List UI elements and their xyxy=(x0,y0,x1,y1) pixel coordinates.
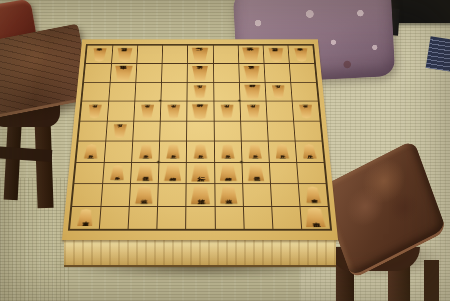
star-point xyxy=(240,160,243,163)
square-9d: 歩兵 xyxy=(80,101,108,121)
square-2d xyxy=(265,101,293,121)
square-8g: 歩兵 xyxy=(102,162,131,184)
piece-1i-sente-rook: 飛車 xyxy=(304,207,326,227)
piece-9d-gote-pawn: 歩兵 xyxy=(87,105,102,119)
square-6a xyxy=(162,46,188,64)
square-3a: 王将 xyxy=(237,46,263,64)
square-9g xyxy=(74,162,104,184)
piece-2c-gote-pawn: 歩兵 xyxy=(271,85,285,98)
square-5i xyxy=(186,206,215,229)
piece-8g-sente-pawn: 歩兵 xyxy=(110,165,125,180)
piece-2f-sente-pawn: 歩兵 xyxy=(275,144,290,158)
square-3b: 金将 xyxy=(238,63,264,81)
square-9a: 香車 xyxy=(86,46,113,64)
square-7b xyxy=(136,63,162,81)
square-5b: 金将 xyxy=(187,63,213,81)
square-1b xyxy=(289,63,316,81)
square-8b: 飛車 xyxy=(110,63,137,81)
square-8f xyxy=(104,141,133,162)
piece-5g-sente-bishop: 角行 xyxy=(191,164,210,182)
square-1i: 飛車 xyxy=(299,206,330,229)
square-4c xyxy=(213,82,239,101)
piece-7f-sente-pawn: 歩兵 xyxy=(139,144,154,158)
piece-1h-sente-lance: 香車 xyxy=(305,186,322,203)
square-8c xyxy=(108,82,135,101)
square-7f: 歩兵 xyxy=(131,141,159,162)
piece-5c-gote-pawn: 歩兵 xyxy=(194,85,207,98)
square-9h xyxy=(72,183,102,205)
board-grid: 香車桂馬角行王将桂馬香車飛車金将金将歩兵銀将歩兵歩兵歩兵歩兵銀将歩兵歩兵歩兵歩兵… xyxy=(68,44,332,230)
piece-6d-gote-pawn: 歩兵 xyxy=(167,105,181,119)
piece-1d-gote-pawn: 歩兵 xyxy=(299,105,314,119)
square-7i xyxy=(128,206,158,229)
piece-8a-gote-knight: 桂馬 xyxy=(117,48,133,62)
square-6b xyxy=(161,63,187,81)
square-1e xyxy=(293,121,322,141)
piece-9f-sente-pawn: 歩兵 xyxy=(83,144,98,158)
square-3d: 歩兵 xyxy=(239,101,266,121)
square-3c: 銀将 xyxy=(239,82,266,101)
piece-5f-sente-pawn: 歩兵 xyxy=(193,144,207,158)
piece-1f-sente-pawn: 歩兵 xyxy=(302,144,317,158)
square-1g xyxy=(296,162,326,184)
square-2b xyxy=(263,63,290,81)
square-5c: 歩兵 xyxy=(187,82,213,101)
square-3e xyxy=(240,121,268,141)
square-6i xyxy=(157,206,186,229)
board-side-face xyxy=(64,238,336,267)
piece-7h-sente-gold: 金将 xyxy=(135,185,154,203)
square-6g: 銀将 xyxy=(158,162,186,184)
star-point xyxy=(159,100,162,102)
square-5d: 銀将 xyxy=(187,101,214,121)
square-1a: 香車 xyxy=(287,46,314,64)
photo-scene: 香車桂馬角行王将桂馬香車飛車金将金将歩兵銀将歩兵歩兵歩兵歩兵銀将歩兵歩兵歩兵歩兵… xyxy=(0,0,450,301)
square-2g xyxy=(269,162,298,184)
square-6f: 歩兵 xyxy=(159,141,187,162)
square-2i xyxy=(271,206,301,229)
square-7a xyxy=(137,46,163,64)
piece-5d-gote-silver: 銀将 xyxy=(192,104,209,119)
square-8d xyxy=(107,101,135,121)
square-8a: 桂馬 xyxy=(111,46,137,64)
right-stand-leg xyxy=(424,260,439,301)
piece-7d-gote-pawn: 歩兵 xyxy=(141,105,155,119)
piece-4g-sente-silver: 銀将 xyxy=(219,164,237,181)
square-8h xyxy=(101,183,131,205)
square-5a: 角行 xyxy=(187,46,212,64)
square-4e xyxy=(213,121,240,141)
piece-3d-gote-pawn: 歩兵 xyxy=(246,105,260,119)
square-1d: 歩兵 xyxy=(292,101,320,121)
square-8i xyxy=(99,206,129,229)
star-point xyxy=(238,100,241,102)
piece-9i-sente-lance: 香車 xyxy=(77,209,94,226)
piece-3b-gote-gold: 金将 xyxy=(243,66,260,81)
piece-7g-sente-knight: 桂馬 xyxy=(136,164,154,181)
square-5h: 玉将 xyxy=(186,183,214,205)
square-6d: 歩兵 xyxy=(160,101,187,121)
piece-3g-sente-knight: 桂馬 xyxy=(247,164,265,181)
square-7e xyxy=(132,121,160,141)
square-3h xyxy=(242,183,271,205)
square-1c xyxy=(290,82,318,101)
piece-6f-sente-pawn: 歩兵 xyxy=(166,144,180,158)
tatami-edge-band xyxy=(426,36,450,72)
square-1h: 香車 xyxy=(298,183,328,205)
square-9f: 歩兵 xyxy=(76,141,105,162)
piece-3c-gote-silver: 銀将 xyxy=(244,85,262,100)
piece-4d-gote-pawn: 歩兵 xyxy=(220,105,234,119)
square-5g: 角行 xyxy=(186,162,214,184)
piece-5a-gote-bishop: 角行 xyxy=(192,47,209,62)
square-7g: 桂馬 xyxy=(130,162,159,184)
square-2c: 歩兵 xyxy=(264,82,291,101)
square-2f: 歩兵 xyxy=(268,141,297,162)
piece-9a-gote-lance: 香車 xyxy=(92,48,107,61)
square-2a: 桂馬 xyxy=(262,46,288,64)
square-7d: 歩兵 xyxy=(134,101,161,121)
shogi-board: 香車桂馬角行王将桂馬香車飛車金将金将歩兵銀将歩兵歩兵歩兵歩兵銀将歩兵歩兵歩兵歩兵… xyxy=(62,39,338,240)
piece-2a-gote-knight: 桂馬 xyxy=(268,48,284,62)
square-3f: 歩兵 xyxy=(241,141,269,162)
square-4h: 金将 xyxy=(214,183,243,205)
square-2e xyxy=(266,121,294,141)
square-4f: 歩兵 xyxy=(213,141,241,162)
square-4g: 銀将 xyxy=(214,162,242,184)
piece-3a-gote-king: 王将 xyxy=(241,47,260,62)
piece-5h-sente-king: 玉将 xyxy=(190,185,210,204)
piece-5b-gote-gold: 金将 xyxy=(192,66,209,81)
square-3i xyxy=(243,206,273,229)
square-4b xyxy=(213,63,239,81)
square-9i: 香車 xyxy=(70,206,101,229)
square-7h: 金将 xyxy=(129,183,158,205)
square-1f: 歩兵 xyxy=(295,141,324,162)
piece-3f-sente-pawn: 歩兵 xyxy=(248,144,263,158)
square-9c xyxy=(82,82,110,101)
square-6h xyxy=(157,183,186,205)
piece-6g-sente-silver: 銀将 xyxy=(164,164,182,181)
square-9e xyxy=(78,121,107,141)
square-5f: 歩兵 xyxy=(186,141,213,162)
piece-8b-gote-rook: 飛車 xyxy=(114,65,133,81)
piece-4f-sente-pawn: 歩兵 xyxy=(221,144,235,158)
square-6e xyxy=(159,121,186,141)
square-2h xyxy=(270,183,300,205)
piece-4h-sente-gold: 金将 xyxy=(219,185,238,203)
square-4d: 歩兵 xyxy=(213,101,240,121)
square-8e: 歩兵 xyxy=(105,121,133,141)
piece-1a-gote-lance: 香車 xyxy=(294,48,309,61)
square-6c xyxy=(161,82,187,101)
square-7c xyxy=(135,82,162,101)
square-4i xyxy=(214,206,243,229)
square-3g: 桂馬 xyxy=(241,162,270,184)
square-9b xyxy=(84,63,111,81)
square-5e xyxy=(186,121,213,141)
square-4a xyxy=(212,46,238,64)
piece-8e-gote-pawn: 歩兵 xyxy=(113,124,128,138)
